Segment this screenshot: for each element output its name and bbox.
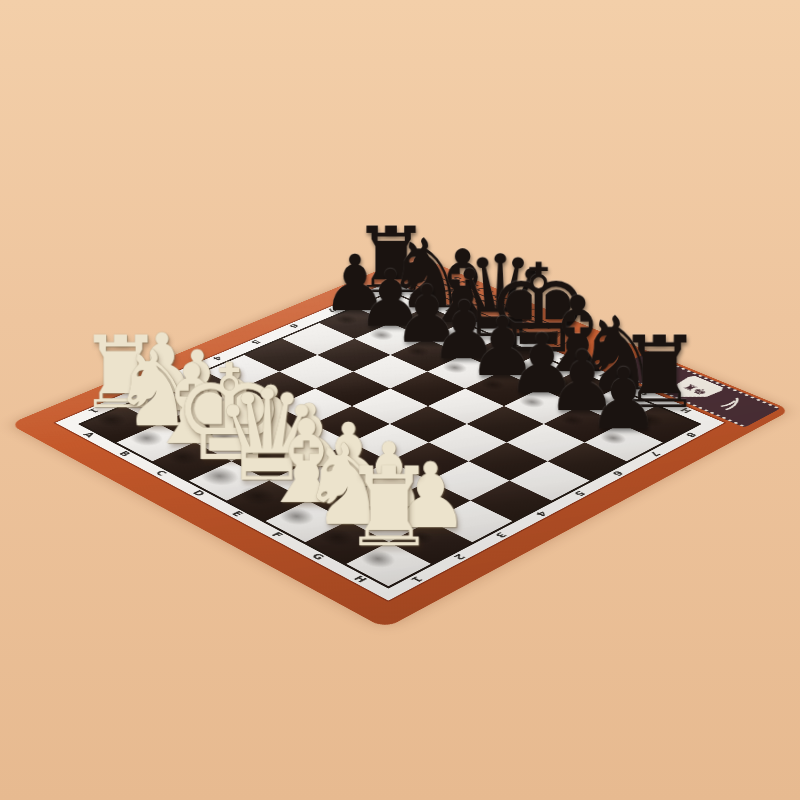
piece-glyph: ♟ xyxy=(546,356,701,441)
photo-scene: SPECIALITY CHESS SET ♞ ♜♚ ABCDEFGH ABCDE… xyxy=(0,0,800,800)
piece-glyph: ♜ xyxy=(305,453,473,562)
chess-mat: SPECIALITY CHESS SET ♞ ♜♚ ABCDEFGH ABCDE… xyxy=(9,255,791,629)
